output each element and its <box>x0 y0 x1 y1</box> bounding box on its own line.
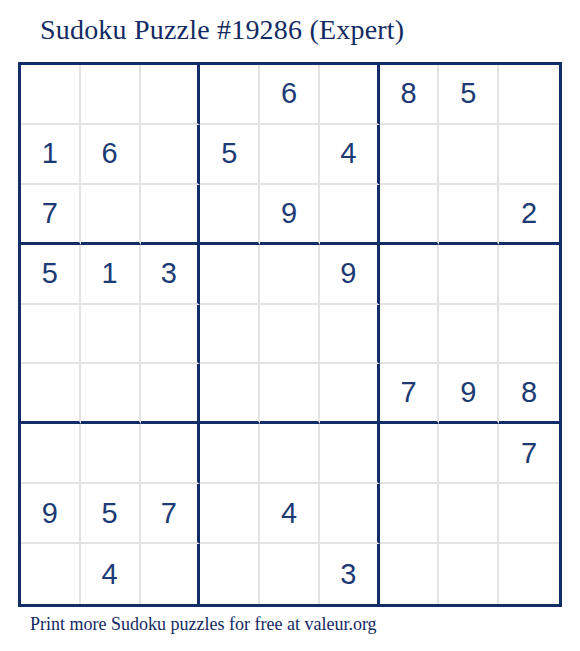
cell-r6c3 <box>141 364 201 424</box>
cell-r3c4 <box>200 185 260 245</box>
cell-r9c6: 3 <box>320 544 380 604</box>
cell-r6c8: 9 <box>439 364 499 424</box>
cell-r2c5 <box>260 125 320 185</box>
cell-r4c2: 1 <box>81 245 141 305</box>
cell-r5c9 <box>499 305 559 365</box>
cell-r6c7: 7 <box>380 364 440 424</box>
cell-r2c7 <box>380 125 440 185</box>
cell-r1c4 <box>200 65 260 125</box>
cell-r7c6 <box>320 424 380 484</box>
cell-r7c8 <box>439 424 499 484</box>
cell-r1c5: 6 <box>260 65 320 125</box>
cell-r3c9: 2 <box>499 185 559 245</box>
cell-r8c7 <box>380 484 440 544</box>
cell-r6c4 <box>200 364 260 424</box>
cell-r2c6: 4 <box>320 125 380 185</box>
cell-r8c2: 5 <box>81 484 141 544</box>
cell-r5c1 <box>21 305 81 365</box>
cell-r1c9 <box>499 65 559 125</box>
cell-r8c1: 9 <box>21 484 81 544</box>
cell-r7c3 <box>141 424 201 484</box>
cell-r1c1 <box>21 65 81 125</box>
cell-r9c4 <box>200 544 260 604</box>
cell-r5c8 <box>439 305 499 365</box>
cell-r4c8 <box>439 245 499 305</box>
cell-r8c5: 4 <box>260 484 320 544</box>
cell-r1c6 <box>320 65 380 125</box>
cell-r2c2: 6 <box>81 125 141 185</box>
cell-r4c4 <box>200 245 260 305</box>
cell-r3c7 <box>380 185 440 245</box>
cell-r9c2: 4 <box>81 544 141 604</box>
footer-note: Print more Sudoku puzzles for free at va… <box>30 614 377 635</box>
cell-r8c8 <box>439 484 499 544</box>
cell-r9c5 <box>260 544 320 604</box>
cell-r8c9 <box>499 484 559 544</box>
cell-r6c5 <box>260 364 320 424</box>
cell-r3c8 <box>439 185 499 245</box>
cell-r5c4 <box>200 305 260 365</box>
cell-r3c5: 9 <box>260 185 320 245</box>
cell-r5c5 <box>260 305 320 365</box>
cell-r5c2 <box>81 305 141 365</box>
cell-r9c1 <box>21 544 81 604</box>
sudoku-board: 685165479251397987957443 <box>18 62 562 607</box>
cell-r5c3 <box>141 305 201 365</box>
cell-r9c3 <box>141 544 201 604</box>
cell-r6c6 <box>320 364 380 424</box>
cell-r1c3 <box>141 65 201 125</box>
cell-r3c6 <box>320 185 380 245</box>
cell-r6c1 <box>21 364 81 424</box>
cell-r4c9 <box>499 245 559 305</box>
cell-r9c9 <box>499 544 559 604</box>
cell-r6c9: 8 <box>499 364 559 424</box>
cell-r7c2 <box>81 424 141 484</box>
cell-r1c8: 5 <box>439 65 499 125</box>
cell-r2c8 <box>439 125 499 185</box>
cell-r4c7 <box>380 245 440 305</box>
cell-r9c7 <box>380 544 440 604</box>
cell-r4c5 <box>260 245 320 305</box>
cell-r7c9: 7 <box>499 424 559 484</box>
cell-r8c4 <box>200 484 260 544</box>
cell-r2c9 <box>499 125 559 185</box>
cell-r5c7 <box>380 305 440 365</box>
cell-r7c4 <box>200 424 260 484</box>
cell-r7c7 <box>380 424 440 484</box>
cell-r4c1: 5 <box>21 245 81 305</box>
cell-r7c5 <box>260 424 320 484</box>
cell-r8c6 <box>320 484 380 544</box>
cell-r2c4: 5 <box>200 125 260 185</box>
cell-r2c1: 1 <box>21 125 81 185</box>
cell-r2c3 <box>141 125 201 185</box>
cell-r9c8 <box>439 544 499 604</box>
cell-r5c6 <box>320 305 380 365</box>
cell-r1c2 <box>81 65 141 125</box>
cell-r1c7: 8 <box>380 65 440 125</box>
cell-r6c2 <box>81 364 141 424</box>
cell-r7c1 <box>21 424 81 484</box>
cell-r3c3 <box>141 185 201 245</box>
cell-r4c3: 3 <box>141 245 201 305</box>
cell-r3c1: 7 <box>21 185 81 245</box>
cell-r3c2 <box>81 185 141 245</box>
puzzle-title: Sudoku Puzzle #19286 (Expert) <box>40 14 404 46</box>
cell-r4c6: 9 <box>320 245 380 305</box>
cell-r8c3: 7 <box>141 484 201 544</box>
